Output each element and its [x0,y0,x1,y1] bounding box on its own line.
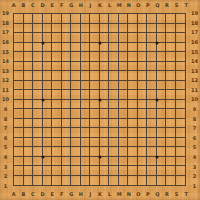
board-intersection-cell[interactable] [33,100,43,110]
board-intersection-cell[interactable] [128,90,138,100]
board-intersection-cell[interactable] [176,176,186,186]
board-intersection-cell[interactable] [119,43,129,53]
board-intersection-cell[interactable] [166,33,176,43]
board-intersection-cell[interactable] [43,71,53,81]
board-intersection-cell[interactable] [81,119,91,129]
board-intersection-cell[interactable] [157,147,167,157]
board-intersection-cell[interactable] [119,100,129,110]
board-intersection-cell[interactable] [176,71,186,81]
board-intersection-cell[interactable] [43,109,53,119]
board-intersection-cell[interactable] [109,119,119,129]
board-intersection-cell[interactable] [166,147,176,157]
board-intersection-cell[interactable] [90,176,100,186]
board-intersection-cell[interactable] [109,33,119,43]
board-intersection-cell[interactable] [81,176,91,186]
board-intersection-cell[interactable] [71,43,81,53]
board-intersection-cell[interactable] [62,157,72,167]
board-intersection-cell[interactable] [33,157,43,167]
board-intersection-cell[interactable] [119,176,129,186]
board-intersection-cell[interactable] [24,14,34,24]
board-intersection-cell[interactable] [128,138,138,148]
board-intersection-cell[interactable] [43,176,53,186]
board-intersection-cell[interactable] [24,119,34,129]
board-intersection-cell[interactable] [166,62,176,72]
board-intersection-cell[interactable] [138,157,148,167]
board-intersection-cell[interactable] [166,81,176,91]
board-intersection-cell[interactable] [119,52,129,62]
board-intersection-cell[interactable] [166,14,176,24]
board-intersection-cell[interactable] [24,166,34,176]
board-intersection-cell[interactable] [71,176,81,186]
board-intersection-cell[interactable] [128,62,138,72]
board-intersection-cell[interactable] [43,128,53,138]
board-intersection-cell[interactable] [81,81,91,91]
board-intersection-cell[interactable] [24,24,34,34]
board-intersection-cell[interactable] [52,166,62,176]
board-intersection-cell[interactable] [90,119,100,129]
board-intersection-cell[interactable] [33,176,43,186]
board-intersection-cell[interactable] [128,100,138,110]
board-intersection-cell[interactable] [176,109,186,119]
board-intersection-cell[interactable] [128,157,138,167]
board-intersection-cell[interactable] [62,33,72,43]
board-intersection-cell[interactable] [166,109,176,119]
board-intersection-cell[interactable] [147,71,157,81]
board-intersection-cell[interactable] [119,71,129,81]
board-intersection-cell[interactable] [128,128,138,138]
go-board[interactable]: ABCDEFGHJKLMNOPQRST ABCDEFGHJKLMNOPQRST … [0,0,200,200]
board-intersection-cell[interactable] [90,24,100,34]
board-grid[interactable] [13,13,186,186]
board-intersection-cell[interactable] [62,166,72,176]
board-intersection-cell[interactable] [62,24,72,34]
board-intersection-cell[interactable] [128,119,138,129]
board-intersection-cell[interactable] [33,62,43,72]
board-intersection-cell[interactable] [43,81,53,91]
board-intersection-cell[interactable] [100,119,110,129]
board-intersection-cell[interactable] [157,71,167,81]
board-intersection-cell[interactable] [166,52,176,62]
board-intersection-cell[interactable] [166,128,176,138]
board-intersection-cell[interactable] [157,119,167,129]
board-intersection-cell[interactable] [81,71,91,81]
board-intersection-cell[interactable] [147,157,157,167]
board-intersection-cell[interactable] [138,100,148,110]
board-intersection-cell[interactable] [100,166,110,176]
board-intersection-cell[interactable] [81,100,91,110]
board-intersection-cell[interactable] [166,71,176,81]
board-intersection-cell[interactable] [14,14,24,24]
board-intersection-cell[interactable] [166,100,176,110]
board-intersection-cell[interactable] [147,33,157,43]
board-intersection-cell[interactable] [176,147,186,157]
board-intersection-cell[interactable] [147,109,157,119]
board-intersection-cell[interactable] [176,24,186,34]
board-intersection-cell[interactable] [119,14,129,24]
board-intersection-cell[interactable] [71,71,81,81]
board-intersection-cell[interactable] [176,62,186,72]
board-intersection-cell[interactable] [24,100,34,110]
board-intersection-cell[interactable] [24,138,34,148]
board-intersection-cell[interactable] [119,119,129,129]
board-intersection-cell[interactable] [62,176,72,186]
board-intersection-cell[interactable] [166,43,176,53]
board-intersection-cell[interactable] [157,90,167,100]
board-intersection-cell[interactable] [100,33,110,43]
board-intersection-cell[interactable] [100,62,110,72]
board-intersection-cell[interactable] [128,109,138,119]
board-intersection-cell[interactable] [24,33,34,43]
board-intersection-cell[interactable] [52,14,62,24]
board-intersection-cell[interactable] [14,176,24,186]
board-intersection-cell[interactable] [14,81,24,91]
board-intersection-cell[interactable] [138,119,148,129]
board-intersection-cell[interactable] [43,138,53,148]
board-intersection-cell[interactable] [14,33,24,43]
board-intersection-cell[interactable] [90,81,100,91]
board-intersection-cell[interactable] [147,81,157,91]
board-intersection-cell[interactable] [100,157,110,167]
board-intersection-cell[interactable] [33,138,43,148]
board-intersection-cell[interactable] [33,33,43,43]
board-intersection-cell[interactable] [138,33,148,43]
board-intersection-cell[interactable] [33,109,43,119]
board-intersection-cell[interactable] [128,71,138,81]
board-intersection-cell[interactable] [100,81,110,91]
board-intersection-cell[interactable] [33,24,43,34]
board-intersection-cell[interactable] [109,62,119,72]
board-intersection-cell[interactable] [157,176,167,186]
board-intersection-cell[interactable] [52,62,62,72]
board-intersection-cell[interactable] [24,147,34,157]
board-intersection-cell[interactable] [119,90,129,100]
board-intersection-cell[interactable] [166,138,176,148]
board-intersection-cell[interactable] [138,81,148,91]
board-intersection-cell[interactable] [81,90,91,100]
board-intersection-cell[interactable] [138,128,148,138]
board-intersection-cell[interactable] [147,119,157,129]
board-intersection-cell[interactable] [166,166,176,176]
board-intersection-cell[interactable] [43,14,53,24]
board-intersection-cell[interactable] [100,52,110,62]
board-intersection-cell[interactable] [90,43,100,53]
board-intersection-cell[interactable] [52,128,62,138]
board-intersection-cell[interactable] [62,138,72,148]
board-intersection-cell[interactable] [43,33,53,43]
board-intersection-cell[interactable] [166,24,176,34]
board-intersection-cell[interactable] [166,176,176,186]
board-intersection-cell[interactable] [147,128,157,138]
board-intersection-cell[interactable] [71,166,81,176]
board-intersection-cell[interactable] [14,90,24,100]
board-intersection-cell[interactable] [33,52,43,62]
board-intersection-cell[interactable] [14,100,24,110]
board-intersection-cell[interactable] [176,157,186,167]
board-intersection-cell[interactable] [33,43,43,53]
board-intersection-cell[interactable] [52,109,62,119]
board-intersection-cell[interactable] [62,43,72,53]
board-intersection-cell[interactable] [128,147,138,157]
board-intersection-cell[interactable] [43,62,53,72]
board-intersection-cell[interactable] [147,166,157,176]
board-intersection-cell[interactable] [90,71,100,81]
board-intersection-cell[interactable] [71,147,81,157]
board-intersection-cell[interactable] [71,157,81,167]
board-intersection-cell[interactable] [147,14,157,24]
board-intersection-cell[interactable] [71,62,81,72]
board-intersection-cell[interactable] [119,33,129,43]
board-intersection-cell[interactable] [43,157,53,167]
board-intersection-cell[interactable] [62,14,72,24]
board-intersection-cell[interactable] [90,109,100,119]
board-intersection-cell[interactable] [90,52,100,62]
board-intersection-cell[interactable] [62,62,72,72]
board-intersection-cell[interactable] [119,166,129,176]
board-intersection-cell[interactable] [100,90,110,100]
board-intersection-cell[interactable] [100,147,110,157]
board-intersection-cell[interactable] [138,43,148,53]
board-intersection-cell[interactable] [14,52,24,62]
board-intersection-cell[interactable] [90,166,100,176]
board-intersection-cell[interactable] [90,128,100,138]
board-intersection-cell[interactable] [100,100,110,110]
board-intersection-cell[interactable] [62,90,72,100]
board-intersection-cell[interactable] [71,109,81,119]
board-intersection-cell[interactable] [100,128,110,138]
board-intersection-cell[interactable] [81,24,91,34]
board-intersection-cell[interactable] [157,128,167,138]
board-intersection-cell[interactable] [24,90,34,100]
board-intersection-cell[interactable] [119,109,129,119]
board-intersection-cell[interactable] [119,81,129,91]
board-intersection-cell[interactable] [33,166,43,176]
board-intersection-cell[interactable] [14,147,24,157]
board-intersection-cell[interactable] [14,43,24,53]
board-intersection-cell[interactable] [90,62,100,72]
board-intersection-cell[interactable] [119,138,129,148]
board-intersection-cell[interactable] [62,81,72,91]
board-intersection-cell[interactable] [128,166,138,176]
board-intersection-cell[interactable] [157,62,167,72]
board-intersection-cell[interactable] [24,157,34,167]
board-intersection-cell[interactable] [52,81,62,91]
board-intersection-cell[interactable] [14,157,24,167]
board-intersection-cell[interactable] [100,109,110,119]
board-intersection-cell[interactable] [62,71,72,81]
board-intersection-cell[interactable] [138,24,148,34]
board-intersection-cell[interactable] [52,138,62,148]
board-intersection-cell[interactable] [147,138,157,148]
board-intersection-cell[interactable] [157,138,167,148]
board-intersection-cell[interactable] [128,14,138,24]
board-intersection-cell[interactable] [176,14,186,24]
board-intersection-cell[interactable] [81,138,91,148]
board-intersection-cell[interactable] [81,166,91,176]
board-intersection-cell[interactable] [176,128,186,138]
board-intersection-cell[interactable] [157,24,167,34]
board-intersection-cell[interactable] [138,176,148,186]
board-intersection-cell[interactable] [71,14,81,24]
board-intersection-cell[interactable] [24,43,34,53]
board-intersection-cell[interactable] [138,14,148,24]
board-intersection-cell[interactable] [90,14,100,24]
board-intersection-cell[interactable] [90,147,100,157]
board-intersection-cell[interactable] [147,62,157,72]
board-intersection-cell[interactable] [52,90,62,100]
board-intersection-cell[interactable] [176,166,186,176]
board-intersection-cell[interactable] [157,109,167,119]
board-intersection-cell[interactable] [157,100,167,110]
board-intersection-cell[interactable] [71,138,81,148]
board-intersection-cell[interactable] [109,43,119,53]
board-intersection-cell[interactable] [109,147,119,157]
board-intersection-cell[interactable] [43,24,53,34]
board-intersection-cell[interactable] [109,90,119,100]
board-intersection-cell[interactable] [14,24,24,34]
board-intersection-cell[interactable] [128,24,138,34]
board-intersection-cell[interactable] [157,81,167,91]
board-intersection-cell[interactable] [128,176,138,186]
board-intersection-cell[interactable] [176,90,186,100]
board-intersection-cell[interactable] [81,43,91,53]
board-intersection-cell[interactable] [166,90,176,100]
board-intersection-cell[interactable] [71,52,81,62]
board-intersection-cell[interactable] [71,90,81,100]
board-intersection-cell[interactable] [81,128,91,138]
board-intersection-cell[interactable] [33,14,43,24]
board-intersection-cell[interactable] [71,33,81,43]
board-intersection-cell[interactable] [109,100,119,110]
board-intersection-cell[interactable] [43,147,53,157]
board-intersection-cell[interactable] [119,147,129,157]
board-intersection-cell[interactable] [109,157,119,167]
board-intersection-cell[interactable] [100,71,110,81]
board-intersection-cell[interactable] [62,100,72,110]
board-intersection-cell[interactable] [33,90,43,100]
board-intersection-cell[interactable] [24,71,34,81]
board-intersection-cell[interactable] [43,52,53,62]
board-intersection-cell[interactable] [52,157,62,167]
board-intersection-cell[interactable] [24,81,34,91]
board-intersection-cell[interactable] [109,81,119,91]
board-intersection-cell[interactable] [33,71,43,81]
board-intersection-cell[interactable] [71,81,81,91]
board-intersection-cell[interactable] [90,100,100,110]
board-intersection-cell[interactable] [81,33,91,43]
board-intersection-cell[interactable] [33,128,43,138]
board-intersection-cell[interactable] [176,138,186,148]
board-intersection-cell[interactable] [100,43,110,53]
board-intersection-cell[interactable] [33,147,43,157]
board-intersection-cell[interactable] [166,157,176,167]
board-intersection-cell[interactable] [43,100,53,110]
board-intersection-cell[interactable] [62,147,72,157]
board-intersection-cell[interactable] [52,71,62,81]
board-intersection-cell[interactable] [109,166,119,176]
board-intersection-cell[interactable] [138,90,148,100]
board-intersection-cell[interactable] [62,119,72,129]
board-intersection-cell[interactable] [166,119,176,129]
board-intersection-cell[interactable] [176,52,186,62]
board-intersection-cell[interactable] [52,119,62,129]
board-intersection-cell[interactable] [119,62,129,72]
board-intersection-cell[interactable] [147,100,157,110]
board-intersection-cell[interactable] [157,33,167,43]
board-intersection-cell[interactable] [176,81,186,91]
board-intersection-cell[interactable] [157,43,167,53]
board-intersection-cell[interactable] [52,33,62,43]
board-intersection-cell[interactable] [71,24,81,34]
board-intersection-cell[interactable] [176,100,186,110]
board-intersection-cell[interactable] [147,52,157,62]
board-intersection-cell[interactable] [176,33,186,43]
board-intersection-cell[interactable] [119,157,129,167]
board-intersection-cell[interactable] [81,52,91,62]
board-intersection-cell[interactable] [24,62,34,72]
board-intersection-cell[interactable] [14,62,24,72]
board-intersection-cell[interactable] [43,119,53,129]
board-intersection-cell[interactable] [14,119,24,129]
board-intersection-cell[interactable] [43,43,53,53]
board-intersection-cell[interactable] [109,52,119,62]
board-intersection-cell[interactable] [52,24,62,34]
board-intersection-cell[interactable] [43,166,53,176]
board-intersection-cell[interactable] [157,157,167,167]
board-intersection-cell[interactable] [109,128,119,138]
board-intersection-cell[interactable] [81,157,91,167]
board-intersection-cell[interactable] [138,109,148,119]
board-intersection-cell[interactable] [90,157,100,167]
board-intersection-cell[interactable] [90,138,100,148]
board-intersection-cell[interactable] [71,128,81,138]
board-intersection-cell[interactable] [14,166,24,176]
board-intersection-cell[interactable] [62,128,72,138]
board-intersection-cell[interactable] [138,138,148,148]
board-intersection-cell[interactable] [33,119,43,129]
board-intersection-cell[interactable] [52,43,62,53]
board-intersection-cell[interactable] [81,62,91,72]
board-intersection-cell[interactable] [52,100,62,110]
board-intersection-cell[interactable] [128,43,138,53]
board-intersection-cell[interactable] [24,109,34,119]
board-intersection-cell[interactable] [147,43,157,53]
board-intersection-cell[interactable] [128,52,138,62]
board-intersection-cell[interactable] [14,138,24,148]
board-intersection-cell[interactable] [24,52,34,62]
board-intersection-cell[interactable] [43,90,53,100]
board-intersection-cell[interactable] [14,71,24,81]
board-intersection-cell[interactable] [52,52,62,62]
board-intersection-cell[interactable] [128,33,138,43]
board-intersection-cell[interactable] [147,24,157,34]
board-intersection-cell[interactable] [33,81,43,91]
board-intersection-cell[interactable] [14,128,24,138]
board-intersection-cell[interactable] [138,71,148,81]
board-intersection-cell[interactable] [157,166,167,176]
board-intersection-cell[interactable] [71,119,81,129]
board-intersection-cell[interactable] [119,128,129,138]
board-intersection-cell[interactable] [100,24,110,34]
board-intersection-cell[interactable] [119,24,129,34]
board-intersection-cell[interactable] [147,176,157,186]
board-intersection-cell[interactable] [90,90,100,100]
board-intersection-cell[interactable] [81,147,91,157]
board-intersection-cell[interactable] [109,24,119,34]
board-intersection-cell[interactable] [109,109,119,119]
board-intersection-cell[interactable] [90,33,100,43]
board-intersection-cell[interactable] [109,138,119,148]
board-intersection-cell[interactable] [52,147,62,157]
